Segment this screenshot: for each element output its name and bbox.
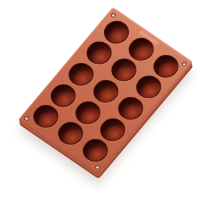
product-photo [0,0,200,200]
silicone-mold [18,7,193,175]
cavity-grid [18,7,193,175]
